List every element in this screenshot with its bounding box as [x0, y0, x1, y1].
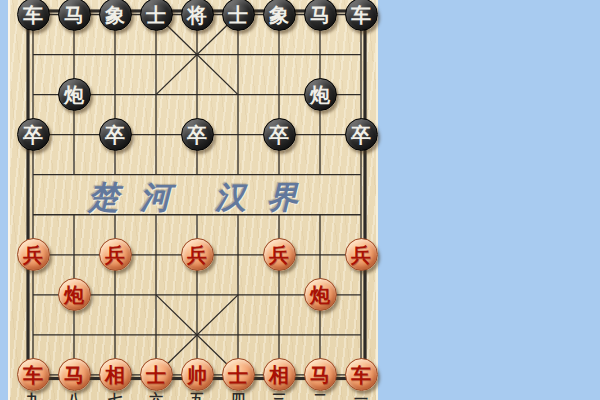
- board-point: 马: [300, 0, 341, 35]
- board-point: 卒: [259, 115, 300, 155]
- board-point: 将: [177, 0, 218, 35]
- board-point: 兵: [341, 235, 382, 275]
- piece-black-elephant[interactable]: 象: [99, 0, 132, 31]
- piece-black-soldier[interactable]: 卒: [99, 118, 132, 151]
- board-point: 卒: [341, 115, 382, 155]
- piece-black-advisor[interactable]: 士: [222, 0, 255, 31]
- xiangqi-app-window: 楚河 汉界 车马象士将士象马车炮炮卒卒卒卒卒兵兵兵兵兵炮炮车马相士帅士相马车 九…: [0, 0, 600, 400]
- piece-black-horse[interactable]: 马: [304, 0, 337, 31]
- pieces-grid: 车马象士将士象马车炮炮卒卒卒卒卒兵兵兵兵兵炮炮车马相士帅士相马车: [13, 0, 382, 395]
- piece-red-advisor[interactable]: 士: [140, 358, 173, 391]
- piece-red-advisor[interactable]: 士: [222, 358, 255, 391]
- piece-black-soldier[interactable]: 卒: [263, 118, 296, 151]
- piece-red-soldier[interactable]: 兵: [17, 238, 50, 271]
- piece-black-cannon[interactable]: 炮: [304, 78, 337, 111]
- piece-black-soldier[interactable]: 卒: [345, 118, 378, 151]
- piece-black-advisor[interactable]: 士: [140, 0, 173, 31]
- board-point: 士: [136, 0, 177, 35]
- board-point: 炮: [300, 75, 341, 115]
- board-point: 卒: [13, 115, 54, 155]
- board-point: 相: [259, 355, 300, 395]
- piece-red-soldier[interactable]: 兵: [263, 238, 296, 271]
- piece-red-soldier[interactable]: 兵: [345, 238, 378, 271]
- piece-black-soldier[interactable]: 卒: [17, 118, 50, 151]
- board-point: 车: [13, 0, 54, 35]
- board-point: 士: [136, 355, 177, 395]
- piece-red-chariot[interactable]: 车: [345, 358, 378, 391]
- board-point: 炮: [300, 275, 341, 315]
- board-point: 士: [218, 0, 259, 35]
- piece-black-chariot[interactable]: 车: [345, 0, 378, 31]
- piece-red-elephant[interactable]: 相: [263, 358, 296, 391]
- board-point: 象: [95, 0, 136, 35]
- board-point: 兵: [95, 235, 136, 275]
- piece-red-chariot[interactable]: 车: [17, 358, 50, 391]
- board-point: 车: [341, 0, 382, 35]
- board-point: 士: [218, 355, 259, 395]
- piece-red-horse[interactable]: 马: [304, 358, 337, 391]
- board-point: 帅: [177, 355, 218, 395]
- board-point: 车: [13, 355, 54, 395]
- board-point: 卒: [177, 115, 218, 155]
- board-point: 炮: [54, 275, 95, 315]
- board-point: 兵: [13, 235, 54, 275]
- board-point: 卒: [95, 115, 136, 155]
- piece-black-cannon[interactable]: 炮: [58, 78, 91, 111]
- piece-red-elephant[interactable]: 相: [99, 358, 132, 391]
- piece-black-chariot[interactable]: 车: [17, 0, 50, 31]
- piece-red-soldier[interactable]: 兵: [181, 238, 214, 271]
- board-point: 兵: [177, 235, 218, 275]
- piece-red-soldier[interactable]: 兵: [99, 238, 132, 271]
- piece-black-soldier[interactable]: 卒: [181, 118, 214, 151]
- board-point: 马: [54, 355, 95, 395]
- board-point: 马: [54, 0, 95, 35]
- board-point: 相: [95, 355, 136, 395]
- piece-red-horse[interactable]: 马: [58, 358, 91, 391]
- piece-black-horse[interactable]: 马: [58, 0, 91, 31]
- piece-black-elephant[interactable]: 象: [263, 0, 296, 31]
- piece-red-cannon[interactable]: 炮: [304, 278, 337, 311]
- piece-black-general[interactable]: 将: [181, 0, 214, 31]
- board-point: 象: [259, 0, 300, 35]
- piece-red-general[interactable]: 帅: [181, 358, 214, 391]
- board-point: 马: [300, 355, 341, 395]
- board-point: 车: [341, 355, 382, 395]
- piece-red-cannon[interactable]: 炮: [58, 278, 91, 311]
- board-point: 兵: [259, 235, 300, 275]
- board-point: 炮: [54, 75, 95, 115]
